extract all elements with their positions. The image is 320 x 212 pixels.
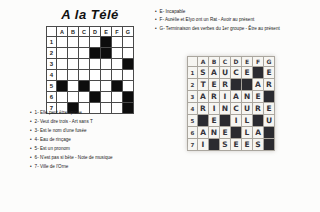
solution-col-label-C: C bbox=[220, 57, 230, 66]
empty-cell-G4 bbox=[123, 70, 133, 80]
solution-cell-D4: C bbox=[231, 103, 241, 114]
solution-cell-F1-black bbox=[253, 67, 263, 78]
solution-cell-E5: L bbox=[242, 115, 252, 126]
solution-cell-B2: E bbox=[209, 79, 219, 90]
empty-col-label-B: B bbox=[68, 27, 78, 36]
across-clue-text: 6- N'est pas si bête - Note de musique bbox=[35, 156, 113, 161]
solution-cell-F3: E bbox=[253, 91, 263, 102]
across-clue-text: 3- Est le nom d'une fusée bbox=[35, 129, 87, 134]
solution-cell-A5-black bbox=[198, 115, 208, 126]
empty-cell-B2 bbox=[68, 48, 78, 58]
solution-cell-C4: N bbox=[220, 103, 230, 114]
empty-cell-B3 bbox=[68, 59, 78, 69]
solution-cell-F5-black bbox=[253, 115, 263, 126]
empty-cell-F2 bbox=[112, 48, 122, 58]
bullet-icon: • bbox=[30, 111, 32, 116]
across-clue-item-7: •7- Ville de l'Orne bbox=[30, 165, 165, 170]
solution-cell-C2: R bbox=[220, 79, 230, 90]
empty-cell-E4 bbox=[101, 70, 111, 80]
solution-col-label-E: E bbox=[242, 57, 252, 66]
empty-cell-F5-black bbox=[112, 81, 122, 91]
empty-cell-D5 bbox=[90, 81, 100, 91]
empty-cell-D3 bbox=[90, 59, 100, 69]
solution-corner bbox=[188, 57, 197, 66]
across-clue-text: 2- Veut dire trois - Art sans T bbox=[35, 120, 93, 125]
solution-cell-G5: U bbox=[264, 115, 274, 126]
empty-col-label-D: D bbox=[90, 27, 100, 36]
empty-cell-C6 bbox=[79, 92, 89, 102]
solution-cell-D1: C bbox=[231, 67, 241, 78]
empty-cell-G5 bbox=[123, 81, 133, 91]
solution-cell-C7: S bbox=[220, 139, 230, 150]
empty-cell-E5 bbox=[101, 81, 111, 91]
solution-cell-C6: E bbox=[220, 127, 230, 138]
empty-cell-A6 bbox=[57, 92, 67, 102]
empty-row-label-1: 1 bbox=[47, 37, 56, 47]
empty-cell-E3 bbox=[101, 59, 111, 69]
empty-cell-F3 bbox=[112, 59, 122, 69]
bullet-icon: • bbox=[30, 156, 32, 161]
empty-cell-B6 bbox=[68, 92, 78, 102]
vertical-clue-text: E- Incapable bbox=[160, 10, 186, 15]
solution-cell-D7: E bbox=[231, 139, 241, 150]
empty-cell-A3 bbox=[57, 59, 67, 69]
bullet-icon: • bbox=[30, 165, 32, 170]
solution-cell-E7: E bbox=[242, 139, 252, 150]
across-clue-text: 5- Est un pronom bbox=[35, 147, 70, 152]
empty-col-label-F: F bbox=[112, 27, 122, 36]
solution-cell-E4: U bbox=[242, 103, 252, 114]
vertical-clues-list: •E- Incapable•F- Aurélie et Elyo ont un … bbox=[155, 10, 297, 35]
solution-cell-F7: S bbox=[253, 139, 263, 150]
solution-row-label-1: 1 bbox=[188, 67, 197, 78]
solution-cell-G2: R bbox=[264, 79, 274, 90]
empty-row-label-5: 5 bbox=[47, 81, 56, 91]
solution-cell-F6: A bbox=[253, 127, 263, 138]
empty-cell-B5 bbox=[68, 81, 78, 91]
across-clue-text: 4- Eau de rinçage bbox=[35, 138, 71, 143]
bullet-icon: • bbox=[155, 10, 157, 15]
empty-cell-G1 bbox=[123, 37, 133, 47]
solution-cell-D2-black bbox=[231, 79, 241, 90]
empty-cell-E1-black bbox=[101, 37, 111, 47]
solution-cell-A3: A bbox=[198, 91, 208, 102]
solution-cell-A6: A bbox=[198, 127, 208, 138]
empty-cell-A4 bbox=[57, 70, 67, 80]
empty-col-label-G: G bbox=[123, 27, 133, 36]
solution-row-label-7: 7 bbox=[188, 139, 197, 150]
empty-col-label-E: E bbox=[101, 27, 111, 36]
solution-cell-A7: I bbox=[198, 139, 208, 150]
empty-col-label-A: A bbox=[57, 27, 67, 36]
empty-cell-A2 bbox=[57, 48, 67, 58]
solution-row-label-5: 5 bbox=[188, 115, 197, 126]
solution-cell-D3: A bbox=[231, 91, 241, 102]
solution-cell-E2-black bbox=[242, 79, 252, 90]
solution-cell-G1: E bbox=[264, 67, 274, 78]
vertical-clue-item-2: •F- Aurélie et Elyo ont un Rat - Avoir a… bbox=[155, 18, 297, 23]
empty-cell-B1 bbox=[68, 37, 78, 47]
solution-cell-B5: E bbox=[209, 115, 219, 126]
solution-cell-A4: R bbox=[198, 103, 208, 114]
solution-cell-A1: S bbox=[198, 67, 208, 78]
empty-cell-C4 bbox=[79, 70, 89, 80]
empty-row-label-2: 2 bbox=[47, 48, 56, 58]
across-clue-item-6: •6- N'est pas si bête - Note de musique bbox=[30, 156, 165, 161]
empty-cell-B4 bbox=[68, 70, 78, 80]
empty-cell-C2 bbox=[79, 48, 89, 58]
empty-cell-G6-black bbox=[123, 92, 133, 102]
solution-row-label-2: 2 bbox=[188, 79, 197, 90]
bullet-icon: • bbox=[30, 120, 32, 125]
across-clue-item-1: •1- Elle peut être épicée bbox=[30, 111, 165, 116]
vertical-clue-text: F- Aurélie et Elyo ont un Rat - Avoir au… bbox=[160, 18, 255, 23]
solution-col-label-D: D bbox=[231, 57, 241, 66]
empty-cell-C5-black bbox=[79, 81, 89, 91]
solution-cell-E1: E bbox=[242, 67, 252, 78]
empty-row-label-3: 3 bbox=[47, 59, 56, 69]
vertical-clue-item-3: •G- Terminaison des verbes du 1er groupe… bbox=[155, 27, 297, 32]
across-clues-list: •1- Elle peut être épicée•2- Veut dire t… bbox=[30, 111, 165, 174]
empty-cell-C1 bbox=[79, 37, 89, 47]
solution-cell-C3: I bbox=[220, 91, 230, 102]
bullet-icon: • bbox=[155, 18, 157, 23]
bullet-icon: • bbox=[30, 129, 32, 134]
bullet-icon: • bbox=[155, 27, 157, 32]
bullet-icon: • bbox=[30, 138, 32, 143]
solution-row-label-6: 6 bbox=[188, 127, 197, 138]
solution-cell-B3: R bbox=[209, 91, 219, 102]
solution-cell-E6: L bbox=[242, 127, 252, 138]
bullet-icon: • bbox=[30, 147, 32, 152]
solution-col-label-A: A bbox=[198, 57, 208, 66]
solution-col-label-F: F bbox=[253, 57, 263, 66]
solution-col-label-B: B bbox=[209, 57, 219, 66]
empty-row-label-4: 4 bbox=[47, 70, 56, 80]
empty-cell-D1 bbox=[90, 37, 100, 47]
solution-cell-A2: T bbox=[198, 79, 208, 90]
empty-cell-C3 bbox=[79, 59, 89, 69]
across-clue-item-3: •3- Est le nom d'une fusée bbox=[30, 129, 165, 134]
solution-cell-G4: E bbox=[264, 103, 274, 114]
empty-cell-F4 bbox=[112, 70, 122, 80]
empty-corner bbox=[47, 27, 56, 36]
empty-cell-D6-black bbox=[90, 92, 100, 102]
solution-cell-E3: N bbox=[242, 91, 252, 102]
empty-cell-E6 bbox=[101, 92, 111, 102]
empty-cell-G2 bbox=[123, 48, 133, 58]
solution-cell-B1: A bbox=[209, 67, 219, 78]
solution-cell-C1: U bbox=[220, 67, 230, 78]
page-title: A la Télé bbox=[44, 7, 136, 22]
vertical-clue-text: G- Terminaison des verbes du 1er groupe … bbox=[160, 27, 280, 32]
across-clue-item-4: •4- Eau de rinçage bbox=[30, 138, 165, 143]
empty-cell-F6 bbox=[112, 92, 122, 102]
empty-cell-A5-black bbox=[57, 81, 67, 91]
solution-row-label-4: 4 bbox=[188, 103, 197, 114]
empty-cell-D4 bbox=[90, 70, 100, 80]
solution-cell-B4: I bbox=[209, 103, 219, 114]
vertical-clue-item-1: •E- Incapable bbox=[155, 10, 297, 15]
empty-cell-E2-black bbox=[101, 48, 111, 58]
solution-cell-C5-black bbox=[220, 115, 230, 126]
solution-cell-G7-black bbox=[264, 139, 274, 150]
empty-cell-G3-black bbox=[123, 59, 133, 69]
solution-cell-F4: R bbox=[253, 103, 263, 114]
empty-col-label-C: C bbox=[79, 27, 89, 36]
empty-row-label-6: 6 bbox=[47, 92, 56, 102]
across-clue-text: 1- Elle peut être épicée bbox=[35, 111, 82, 116]
solution-col-label-G: G bbox=[264, 57, 274, 66]
solution-cell-G6-black bbox=[264, 127, 274, 138]
solution-cell-D6-black bbox=[231, 127, 241, 138]
solution-cell-F2: A bbox=[253, 79, 263, 90]
solution-row-label-3: 3 bbox=[188, 91, 197, 102]
solution-cell-B6: N bbox=[209, 127, 219, 138]
empty-cell-A1 bbox=[57, 37, 67, 47]
empty-cell-D2-black bbox=[90, 48, 100, 58]
solution-cell-G3-black bbox=[264, 91, 274, 102]
empty-cell-F1 bbox=[112, 37, 122, 47]
across-clue-item-2: •2- Veut dire trois - Art sans T bbox=[30, 120, 165, 125]
solution-cell-B7-black bbox=[209, 139, 219, 150]
across-clue-item-5: •5- Est un pronom bbox=[30, 147, 165, 152]
empty-crossword-grid: ABCDEFG1234567 bbox=[46, 26, 134, 114]
solution-crossword-grid: ABCDEFG1SAUCEE2TERAR3ARIANE4RINCURE5EILU… bbox=[187, 56, 275, 151]
solution-cell-D5: I bbox=[231, 115, 241, 126]
across-clue-text: 7- Ville de l'Orne bbox=[35, 165, 69, 170]
